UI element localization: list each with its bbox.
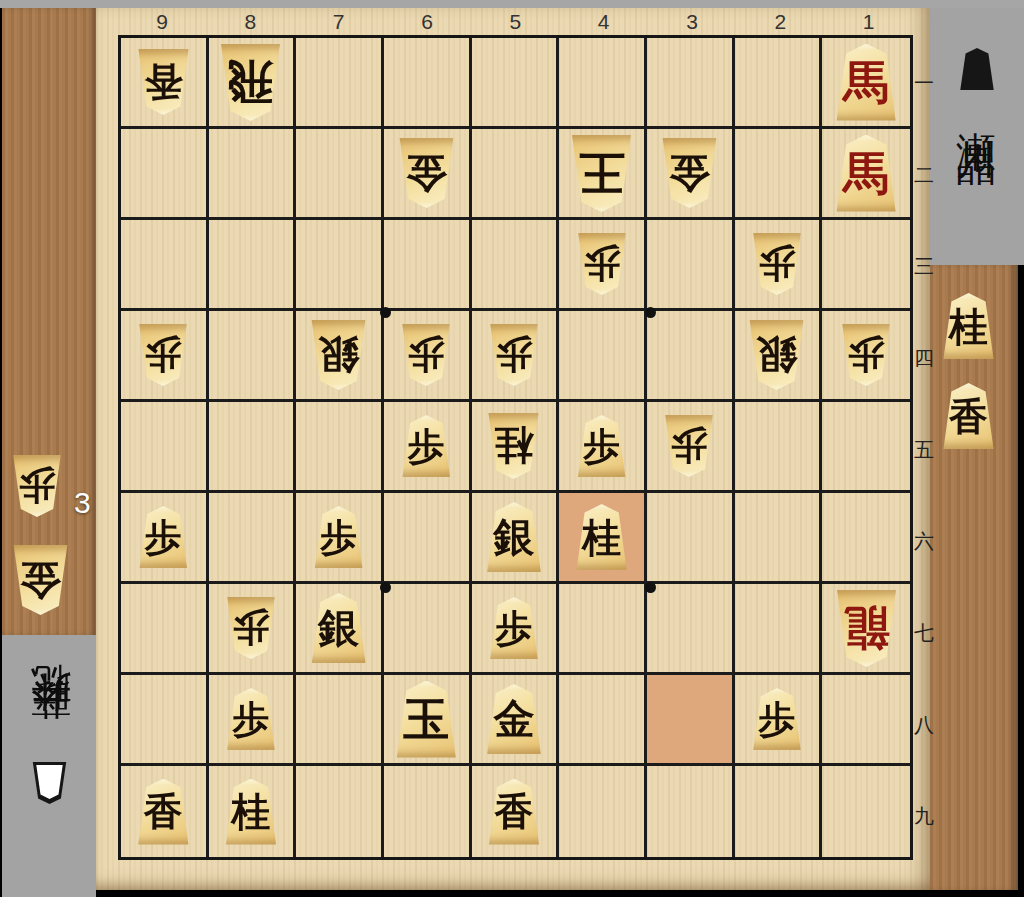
rank-label-9: 九	[914, 803, 930, 830]
square-f1r1[interactable]: 馬	[822, 38, 910, 129]
piece-gote-歩[interactable]: 歩	[839, 324, 893, 386]
piece-kanji: 玉	[403, 696, 449, 742]
piece-kanji: 香	[144, 63, 183, 102]
star-point	[645, 582, 656, 593]
square-f3r8[interactable]	[647, 675, 735, 766]
square-f6r5[interactable]: 歩	[384, 402, 472, 493]
square-f3r9[interactable]	[647, 766, 735, 857]
shogi-app: 歩3金 藤井聡 瀬川晶 桂香 987654321 一二三四五六七八九 香飛馬金王…	[0, 0, 1024, 897]
star-point	[380, 307, 391, 318]
square-f9r1[interactable]: 香	[121, 38, 209, 129]
square-f5r3[interactable]	[472, 220, 560, 311]
square-f8r5[interactable]	[209, 402, 297, 493]
piece-gote-hand-歩[interactable]: 歩	[10, 455, 64, 517]
square-f8r6[interactable]	[209, 493, 297, 584]
square-f5r5[interactable]: 桂	[472, 402, 560, 493]
top-border-strip	[0, 0, 1024, 8]
square-f8r8[interactable]: 歩	[209, 675, 297, 766]
piece-kanji: 桂	[231, 792, 270, 831]
piece-kanji: 歩	[583, 246, 620, 283]
square-f5r1[interactable]	[472, 38, 560, 129]
piece-gote-hand-金[interactable]: 金	[10, 545, 71, 615]
square-f7r3[interactable]	[296, 220, 384, 311]
piece-gote-歩[interactable]: 歩	[662, 415, 716, 477]
square-f7r6[interactable]: 歩	[296, 493, 384, 584]
player-name-top-right: 瀬川晶	[950, 100, 1005, 124]
square-f8r7[interactable]: 歩	[209, 584, 297, 675]
piece-gote-飛[interactable]: 飛	[217, 44, 284, 121]
piece-kanji: 香	[494, 792, 533, 831]
square-f6r8[interactable]: 玉	[384, 675, 472, 766]
piece-kanji: 歩	[408, 428, 445, 465]
piece-kanji: 歩	[145, 519, 182, 556]
square-f8r4[interactable]	[209, 311, 297, 402]
file-label-2: 2	[736, 10, 824, 34]
star-point	[645, 307, 656, 318]
square-f2r1[interactable]	[735, 38, 823, 129]
piece-gote-歩[interactable]: 歩	[399, 324, 453, 386]
black-shogi-piece-icon	[958, 48, 996, 90]
file-label-6: 6	[383, 10, 471, 34]
file-label-1: 1	[825, 10, 913, 34]
square-f5r8[interactable]: 金	[472, 675, 560, 766]
square-f3r7[interactable]	[647, 584, 735, 675]
piece-kanji: 馬	[843, 150, 889, 196]
square-f4r5[interactable]: 歩	[559, 402, 647, 493]
piece-kanji: 歩	[408, 337, 445, 374]
piece-kanji: 金	[406, 153, 447, 194]
piece-kanji: 歩	[583, 428, 620, 465]
piece-sente-hand-桂[interactable]: 桂	[940, 293, 997, 359]
bottom-left-nameplate: 藤井聡	[2, 635, 96, 897]
piece-sente-馬[interactable]: 馬	[833, 44, 900, 121]
square-f2r3[interactable]: 歩	[735, 220, 823, 311]
piece-kanji: 歩	[19, 468, 56, 505]
piece-gote-龍[interactable]: 龍	[833, 590, 900, 667]
square-f8r1[interactable]: 飛	[209, 38, 297, 129]
piece-kanji: 桂	[949, 307, 988, 346]
square-f8r2[interactable]	[209, 129, 297, 220]
square-f2r9[interactable]	[735, 766, 823, 857]
square-f4r7[interactable]	[559, 584, 647, 675]
rank-label-7: 七	[914, 620, 930, 647]
square-f6r3[interactable]	[384, 220, 472, 311]
square-f5r9[interactable]: 香	[472, 766, 560, 857]
piece-sente-香[interactable]: 香	[135, 779, 192, 845]
piece-gote-金[interactable]: 金	[396, 138, 457, 208]
piece-kanji: 金	[669, 153, 710, 194]
piece-kanji: 飛	[228, 59, 274, 105]
piece-gote-歩[interactable]: 歩	[575, 233, 629, 295]
piece-kanji: 歩	[320, 519, 357, 556]
gote-captured-pieces-tray: 歩3金	[2, 8, 96, 635]
square-f6r7[interactable]	[384, 584, 472, 675]
square-f3r4[interactable]	[647, 311, 735, 402]
square-f2r7[interactable]	[735, 584, 823, 675]
piece-kanji: 歩	[848, 337, 885, 374]
square-f7r9[interactable]	[296, 766, 384, 857]
square-f4r9[interactable]	[559, 766, 647, 857]
square-f6r1[interactable]	[384, 38, 472, 129]
piece-kanji: 歩	[232, 701, 269, 738]
piece-kanji: 銀	[756, 335, 797, 376]
piece-kanji: 香	[144, 792, 183, 831]
rank-label-1: 一	[914, 70, 930, 97]
rank-label-5: 五	[914, 437, 930, 464]
square-f6r6[interactable]	[384, 493, 472, 584]
square-f2r2[interactable]	[735, 129, 823, 220]
piece-kanji: 金	[20, 560, 61, 601]
sente-captured-pieces-tray: 桂香	[930, 265, 1018, 890]
square-f3r1[interactable]	[647, 38, 735, 129]
square-f5r7[interactable]: 歩	[472, 584, 560, 675]
square-f2r4[interactable]: 銀	[735, 311, 823, 402]
square-f9r5[interactable]	[121, 402, 209, 493]
piece-gote-銀[interactable]: 銀	[746, 320, 807, 390]
piece-kanji: 桂	[494, 427, 533, 466]
piece-sente-金[interactable]: 金	[483, 684, 544, 754]
piece-sente-歩[interactable]: 歩	[575, 415, 629, 477]
player-name-bottom-left: 藤井聡	[22, 728, 77, 752]
square-f7r2[interactable]	[296, 129, 384, 220]
piece-kanji: 銀	[318, 608, 359, 649]
piece-kanji: 歩	[758, 701, 795, 738]
square-f8r3[interactable]	[209, 220, 297, 311]
piece-kanji: 歩	[758, 246, 795, 283]
square-f4r8[interactable]	[559, 675, 647, 766]
shogi-board: 987654321 一二三四五六七八九 香飛馬金王金馬歩歩歩銀歩歩銀歩歩桂歩歩歩…	[96, 8, 930, 890]
square-f2r5[interactable]	[735, 402, 823, 493]
piece-sente-歩[interactable]: 歩	[136, 506, 190, 568]
white-shogi-piece-icon	[30, 762, 68, 804]
square-f1r8[interactable]	[822, 675, 910, 766]
piece-sente-歩[interactable]: 歩	[312, 506, 366, 568]
piece-kanji: 馬	[843, 59, 889, 105]
square-f9r9[interactable]: 香	[121, 766, 209, 857]
board-grid: 香飛馬金王金馬歩歩歩銀歩歩銀歩歩桂歩歩歩歩銀桂歩銀歩龍歩玉金歩香桂香	[118, 35, 913, 860]
piece-kanji: 歩	[495, 337, 532, 374]
square-f7r8[interactable]	[296, 675, 384, 766]
file-label-8: 8	[206, 10, 294, 34]
piece-sente-銀[interactable]: 銀	[483, 502, 544, 572]
square-f1r4[interactable]: 歩	[822, 311, 910, 402]
square-f8r9[interactable]: 桂	[209, 766, 297, 857]
file-label-5: 5	[471, 10, 559, 34]
piece-sente-歩[interactable]: 歩	[399, 415, 453, 477]
square-f9r2[interactable]	[121, 129, 209, 220]
piece-kanji: 歩	[495, 610, 532, 647]
piece-kanji: 香	[949, 397, 988, 436]
square-f1r2[interactable]: 馬	[822, 129, 910, 220]
square-f3r2[interactable]: 金	[647, 129, 735, 220]
square-f2r6[interactable]	[735, 493, 823, 584]
piece-kanji: 王	[579, 150, 625, 196]
piece-gote-歩[interactable]: 歩	[224, 597, 278, 659]
square-f1r7[interactable]: 龍	[822, 584, 910, 675]
square-f6r4[interactable]: 歩	[384, 311, 472, 402]
square-f3r6[interactable]	[647, 493, 735, 584]
piece-kanji: 歩	[671, 428, 708, 465]
square-f9r3[interactable]	[121, 220, 209, 311]
square-f7r5[interactable]	[296, 402, 384, 493]
square-f4r6[interactable]: 桂	[559, 493, 647, 584]
rank-label-8: 八	[914, 712, 930, 739]
top-right-nameplate: 瀬川晶	[930, 8, 1024, 265]
star-point	[380, 582, 391, 593]
gote-hand-歩-count: 3	[74, 486, 91, 520]
rank-label-4: 四	[914, 345, 930, 372]
square-f6r2[interactable]: 金	[384, 129, 472, 220]
square-f3r5[interactable]: 歩	[647, 402, 735, 493]
file-label-4: 4	[560, 10, 648, 34]
square-f9r4[interactable]: 歩	[121, 311, 209, 402]
square-f4r2[interactable]: 王	[559, 129, 647, 220]
piece-sente-hand-香[interactable]: 香	[940, 383, 997, 449]
rank-label-6: 六	[914, 528, 930, 555]
square-f5r2[interactable]	[472, 129, 560, 220]
piece-kanji: 歩	[232, 610, 269, 647]
square-f5r6[interactable]: 銀	[472, 493, 560, 584]
square-f9r7[interactable]	[121, 584, 209, 675]
file-label-9: 9	[118, 10, 206, 34]
rank-label-3: 三	[914, 253, 930, 280]
piece-sente-桂[interactable]: 桂	[573, 504, 630, 570]
piece-gote-歩[interactable]: 歩	[487, 324, 541, 386]
square-f7r1[interactable]	[296, 38, 384, 129]
piece-gote-金[interactable]: 金	[659, 138, 720, 208]
piece-kanji: 歩	[145, 337, 182, 374]
piece-gote-王[interactable]: 王	[568, 135, 635, 212]
file-label-7: 7	[295, 10, 383, 34]
piece-sente-歩[interactable]: 歩	[750, 688, 804, 750]
square-f7r4[interactable]: 銀	[296, 311, 384, 402]
piece-sente-香[interactable]: 香	[485, 779, 542, 845]
piece-sente-銀[interactable]: 銀	[308, 593, 369, 663]
piece-kanji: 桂	[582, 518, 621, 557]
piece-sente-歩[interactable]: 歩	[224, 688, 278, 750]
square-f4r1[interactable]	[559, 38, 647, 129]
square-f9r8[interactable]	[121, 675, 209, 766]
piece-kanji: 龍	[843, 605, 889, 651]
piece-gote-歩[interactable]: 歩	[750, 233, 804, 295]
rank-label-2: 二	[914, 162, 930, 189]
piece-sente-玉[interactable]: 玉	[393, 681, 460, 758]
square-f6r9[interactable]	[384, 766, 472, 857]
piece-gote-桂[interactable]: 桂	[485, 413, 542, 479]
square-f7r7[interactable]: 銀	[296, 584, 384, 675]
square-f1r3[interactable]	[822, 220, 910, 311]
piece-gote-香[interactable]: 香	[135, 49, 192, 115]
piece-sente-歩[interactable]: 歩	[487, 597, 541, 659]
piece-kanji: 銀	[493, 517, 534, 558]
square-f5r4[interactable]: 歩	[472, 311, 560, 402]
piece-gote-銀[interactable]: 銀	[308, 320, 369, 390]
square-f9r6[interactable]: 歩	[121, 493, 209, 584]
square-f1r9[interactable]	[822, 766, 910, 857]
piece-sente-馬[interactable]: 馬	[833, 135, 900, 212]
piece-kanji: 銀	[318, 335, 359, 376]
square-f1r6[interactable]	[822, 493, 910, 584]
piece-kanji: 金	[493, 699, 534, 740]
square-f3r3[interactable]	[647, 220, 735, 311]
piece-sente-桂[interactable]: 桂	[222, 779, 279, 845]
square-f4r3[interactable]: 歩	[559, 220, 647, 311]
square-f2r8[interactable]: 歩	[735, 675, 823, 766]
file-label-3: 3	[648, 10, 736, 34]
square-f4r4[interactable]	[559, 311, 647, 402]
piece-gote-歩[interactable]: 歩	[136, 324, 190, 386]
square-f1r5[interactable]	[822, 402, 910, 493]
